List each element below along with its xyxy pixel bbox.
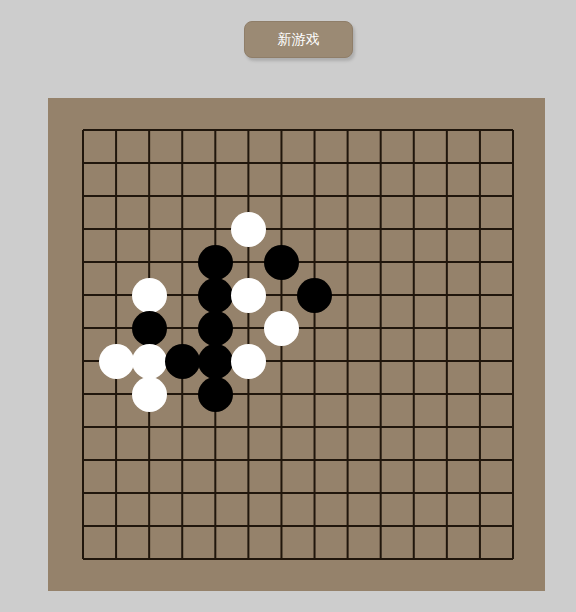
intersection[interactable] — [463, 444, 496, 477]
intersection[interactable] — [463, 180, 496, 213]
intersection[interactable] — [166, 213, 199, 246]
intersection[interactable] — [496, 180, 529, 213]
intersection[interactable] — [199, 510, 232, 543]
intersection[interactable] — [133, 543, 166, 576]
black-stone — [132, 311, 167, 346]
intersection[interactable] — [232, 510, 265, 543]
intersection[interactable] — [496, 411, 529, 444]
intersection[interactable] — [199, 411, 232, 444]
intersection[interactable] — [331, 312, 364, 345]
intersection[interactable] — [199, 246, 232, 279]
intersection[interactable] — [397, 312, 430, 345]
intersection[interactable] — [67, 411, 100, 444]
white-stone — [132, 278, 167, 313]
intersection[interactable] — [463, 345, 496, 378]
intersection[interactable] — [265, 543, 298, 576]
intersection[interactable] — [265, 345, 298, 378]
intersection[interactable] — [397, 477, 430, 510]
intersection[interactable] — [133, 411, 166, 444]
intersection[interactable] — [331, 180, 364, 213]
intersection[interactable] — [265, 510, 298, 543]
intersection[interactable] — [232, 444, 265, 477]
intersection[interactable] — [298, 477, 331, 510]
intersection[interactable] — [463, 543, 496, 576]
white-stone — [231, 278, 266, 313]
intersection[interactable] — [496, 345, 529, 378]
intersection[interactable] — [265, 180, 298, 213]
black-stone — [264, 245, 299, 280]
intersection[interactable] — [364, 114, 397, 147]
intersection[interactable] — [463, 411, 496, 444]
intersection[interactable] — [67, 477, 100, 510]
intersection[interactable] — [298, 114, 331, 147]
intersection[interactable] — [166, 312, 199, 345]
intersection[interactable] — [397, 279, 430, 312]
intersection[interactable] — [199, 378, 232, 411]
intersection[interactable] — [430, 246, 463, 279]
intersection[interactable] — [430, 345, 463, 378]
intersection[interactable] — [166, 246, 199, 279]
intersection[interactable] — [100, 147, 133, 180]
intersection[interactable] — [496, 378, 529, 411]
intersection[interactable] — [166, 411, 199, 444]
intersection[interactable] — [199, 147, 232, 180]
intersection[interactable] — [232, 279, 265, 312]
white-stone — [132, 344, 167, 379]
intersection[interactable] — [430, 279, 463, 312]
intersection[interactable] — [430, 477, 463, 510]
intersection[interactable] — [298, 378, 331, 411]
intersection[interactable] — [232, 180, 265, 213]
intersection[interactable] — [100, 213, 133, 246]
intersection[interactable] — [463, 147, 496, 180]
intersection[interactable] — [298, 345, 331, 378]
intersection[interactable] — [364, 312, 397, 345]
intersection[interactable] — [67, 312, 100, 345]
intersection[interactable] — [67, 147, 100, 180]
intersection[interactable] — [397, 114, 430, 147]
intersection[interactable] — [67, 378, 100, 411]
intersection[interactable] — [331, 345, 364, 378]
intersection[interactable] — [199, 345, 232, 378]
intersection[interactable] — [430, 444, 463, 477]
intersection[interactable] — [67, 246, 100, 279]
intersection[interactable] — [100, 543, 133, 576]
intersection[interactable] — [166, 147, 199, 180]
intersection[interactable] — [232, 411, 265, 444]
intersection[interactable] — [133, 180, 166, 213]
intersection[interactable] — [298, 147, 331, 180]
intersection[interactable] — [496, 312, 529, 345]
intersection[interactable] — [265, 444, 298, 477]
intersection[interactable] — [331, 378, 364, 411]
intersection[interactable] — [133, 114, 166, 147]
intersection[interactable] — [232, 147, 265, 180]
intersection[interactable] — [463, 312, 496, 345]
intersection[interactable] — [232, 213, 265, 246]
intersection[interactable] — [232, 477, 265, 510]
intersection[interactable] — [364, 147, 397, 180]
intersection[interactable] — [331, 213, 364, 246]
intersection[interactable] — [397, 213, 430, 246]
intersection[interactable] — [331, 543, 364, 576]
intersection[interactable] — [199, 114, 232, 147]
intersection[interactable] — [166, 477, 199, 510]
intersection[interactable] — [298, 312, 331, 345]
intersection[interactable] — [496, 444, 529, 477]
white-stone — [231, 212, 266, 247]
intersection[interactable] — [265, 411, 298, 444]
intersection[interactable] — [331, 246, 364, 279]
intersection[interactable] — [364, 543, 397, 576]
intersection[interactable] — [232, 543, 265, 576]
intersection[interactable] — [430, 378, 463, 411]
intersection[interactable] — [100, 477, 133, 510]
intersection[interactable] — [67, 279, 100, 312]
intersection[interactable] — [199, 279, 232, 312]
black-stone — [198, 377, 233, 412]
intersection[interactable] — [199, 180, 232, 213]
intersection[interactable] — [463, 510, 496, 543]
new-game-button[interactable]: 新游戏 — [244, 21, 353, 58]
white-stone — [99, 344, 134, 379]
intersection[interactable] — [397, 444, 430, 477]
intersection[interactable] — [100, 246, 133, 279]
intersection[interactable] — [298, 246, 331, 279]
intersection[interactable] — [397, 510, 430, 543]
intersection[interactable] — [463, 279, 496, 312]
intersection[interactable] — [331, 147, 364, 180]
intersection[interactable] — [430, 180, 463, 213]
intersection[interactable] — [496, 213, 529, 246]
white-stone — [264, 311, 299, 346]
intersection[interactable] — [100, 180, 133, 213]
intersection[interactable] — [331, 411, 364, 444]
intersection[interactable] — [496, 279, 529, 312]
intersection[interactable] — [133, 147, 166, 180]
intersection[interactable] — [166, 114, 199, 147]
intersection[interactable] — [67, 444, 100, 477]
white-stone — [231, 344, 266, 379]
intersection[interactable] — [496, 543, 529, 576]
intersection[interactable] — [67, 543, 100, 576]
intersection[interactable] — [133, 510, 166, 543]
intersection[interactable] — [397, 246, 430, 279]
intersection[interactable] — [166, 345, 199, 378]
intersection[interactable] — [397, 147, 430, 180]
intersection[interactable] — [331, 510, 364, 543]
intersection[interactable] — [67, 345, 100, 378]
intersection[interactable] — [463, 114, 496, 147]
intersection[interactable] — [232, 246, 265, 279]
intersection[interactable] — [133, 477, 166, 510]
black-stone — [198, 311, 233, 346]
intersection[interactable] — [298, 213, 331, 246]
intersection[interactable] — [166, 279, 199, 312]
black-stone — [198, 278, 233, 313]
intersection[interactable] — [331, 444, 364, 477]
intersection[interactable] — [199, 543, 232, 576]
intersection[interactable] — [67, 510, 100, 543]
intersection[interactable] — [364, 279, 397, 312]
intersection[interactable] — [364, 180, 397, 213]
intersection[interactable] — [100, 279, 133, 312]
black-stone — [165, 344, 200, 379]
intersection[interactable] — [397, 345, 430, 378]
intersection[interactable] — [430, 312, 463, 345]
intersection[interactable] — [265, 213, 298, 246]
intersection[interactable] — [331, 114, 364, 147]
intersection[interactable] — [265, 147, 298, 180]
intersection[interactable] — [463, 378, 496, 411]
intersection[interactable] — [67, 180, 100, 213]
intersection[interactable] — [100, 345, 133, 378]
intersection[interactable] — [133, 279, 166, 312]
intersection[interactable] — [67, 114, 100, 147]
intersection[interactable] — [397, 180, 430, 213]
intersection[interactable] — [265, 477, 298, 510]
intersection[interactable] — [397, 411, 430, 444]
intersection[interactable] — [265, 246, 298, 279]
gomoku-board[interactable] — [48, 98, 545, 591]
intersection[interactable] — [133, 345, 166, 378]
intersection[interactable] — [364, 246, 397, 279]
intersection[interactable] — [100, 411, 133, 444]
intersection[interactable] — [331, 477, 364, 510]
intersection[interactable] — [100, 378, 133, 411]
intersection[interactable] — [496, 147, 529, 180]
intersection[interactable] — [298, 279, 331, 312]
intersection[interactable] — [364, 477, 397, 510]
intersection[interactable] — [166, 543, 199, 576]
intersection[interactable] — [100, 444, 133, 477]
intersection[interactable] — [100, 510, 133, 543]
intersection[interactable] — [265, 279, 298, 312]
intersection[interactable] — [496, 246, 529, 279]
intersection[interactable] — [397, 378, 430, 411]
intersection[interactable] — [166, 378, 199, 411]
black-stone — [198, 245, 233, 280]
intersection[interactable] — [496, 477, 529, 510]
intersection[interactable] — [298, 411, 331, 444]
intersection[interactable] — [430, 114, 463, 147]
intersection[interactable] — [496, 114, 529, 147]
intersection[interactable] — [133, 312, 166, 345]
intersection[interactable] — [166, 444, 199, 477]
intersection[interactable] — [232, 345, 265, 378]
intersection[interactable] — [265, 114, 298, 147]
intersection[interactable] — [298, 444, 331, 477]
intersection[interactable] — [133, 213, 166, 246]
intersection[interactable] — [463, 246, 496, 279]
intersection[interactable] — [67, 213, 100, 246]
intersection[interactable] — [232, 378, 265, 411]
intersection[interactable] — [463, 213, 496, 246]
intersection[interactable] — [100, 312, 133, 345]
intersection[interactable] — [397, 543, 430, 576]
intersection[interactable] — [364, 378, 397, 411]
intersection[interactable] — [133, 378, 166, 411]
intersection[interactable] — [430, 510, 463, 543]
intersection[interactable] — [430, 411, 463, 444]
intersection[interactable] — [199, 477, 232, 510]
black-stone — [198, 344, 233, 379]
intersection[interactable] — [298, 543, 331, 576]
intersection[interactable] — [265, 312, 298, 345]
intersection[interactable] — [199, 312, 232, 345]
intersection[interactable] — [265, 378, 298, 411]
intersection[interactable] — [166, 180, 199, 213]
intersection[interactable] — [463, 477, 496, 510]
white-stone — [132, 377, 167, 412]
intersection[interactable] — [430, 213, 463, 246]
intersection[interactable] — [100, 114, 133, 147]
intersection[interactable] — [298, 510, 331, 543]
intersection[interactable] — [496, 510, 529, 543]
intersection[interactable] — [232, 312, 265, 345]
intersection[interactable] — [364, 345, 397, 378]
intersection[interactable] — [133, 444, 166, 477]
intersection[interactable] — [430, 543, 463, 576]
intersection[interactable] — [298, 180, 331, 213]
intersection[interactable] — [364, 213, 397, 246]
intersection[interactable] — [166, 510, 199, 543]
intersection[interactable] — [364, 444, 397, 477]
intersection[interactable] — [430, 147, 463, 180]
intersection[interactable] — [331, 279, 364, 312]
intersection[interactable] — [364, 411, 397, 444]
intersection[interactable] — [199, 444, 232, 477]
intersection[interactable] — [199, 213, 232, 246]
intersection[interactable] — [232, 114, 265, 147]
black-stone — [297, 278, 332, 313]
intersection[interactable] — [364, 510, 397, 543]
board-intersections[interactable] — [67, 114, 530, 576]
intersection[interactable] — [133, 246, 166, 279]
